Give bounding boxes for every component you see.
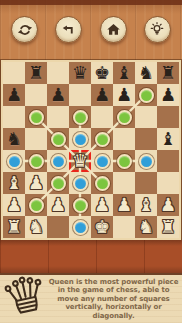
move-dot-g7: [139, 88, 154, 103]
square-f1[interactable]: [113, 216, 135, 238]
undo-button[interactable]: [55, 16, 82, 43]
move-dot-c3: [51, 176, 66, 191]
piece-white-knight: ♞: [138, 216, 154, 238]
square-h4[interactable]: [157, 150, 179, 172]
square-b5[interactable]: [25, 128, 47, 150]
square-h5[interactable]: ♝: [157, 128, 179, 150]
board-base-strip: [0, 240, 182, 273]
piece-black-rook: ♜: [160, 62, 176, 84]
piece-black-pawn: ♟: [50, 84, 66, 106]
board-frame: ♜♛♚♝♞♜♟♟♟♟♟♞♝♛♝♟♟♟♟♟♝♟♜♞♚♞♜: [1, 60, 181, 240]
square-b6[interactable]: [25, 106, 47, 128]
info-panel: Queen is the most powerful piece in the …: [0, 273, 182, 323]
piece-black-king: ♚: [94, 62, 110, 84]
home-button[interactable]: [100, 16, 127, 43]
square-c2[interactable]: ♟: [47, 194, 69, 216]
move-dot-d1: [73, 220, 88, 235]
square-f5[interactable]: [113, 128, 135, 150]
square-c8[interactable]: [47, 62, 69, 84]
undo-icon: [61, 22, 76, 37]
square-b2[interactable]: [25, 194, 47, 216]
restart-button[interactable]: [11, 16, 38, 43]
wood-top-edge: [0, 0, 182, 5]
move-dot-e4: [95, 154, 110, 169]
square-f6[interactable]: [113, 106, 135, 128]
piece-black-pawn: ♟: [160, 84, 176, 106]
square-e7[interactable]: ♟: [91, 84, 113, 106]
piece-white-bishop: ♝: [138, 194, 154, 216]
move-dot-d6: [73, 110, 88, 125]
square-d2[interactable]: [69, 194, 91, 216]
square-c1[interactable]: [47, 216, 69, 238]
square-b4[interactable]: [25, 150, 47, 172]
home-icon: [106, 22, 121, 37]
square-h3[interactable]: [157, 172, 179, 194]
square-g5[interactable]: [135, 128, 157, 150]
piece-black-knight: ♞: [6, 128, 22, 150]
piece-white-queen: ♛: [72, 150, 88, 172]
piece-white-pawn: ♟: [50, 194, 66, 216]
piece-description: Queen is the most powerful piece in the …: [47, 278, 182, 321]
square-e5[interactable]: [91, 128, 113, 150]
square-h1[interactable]: ♜: [157, 216, 179, 238]
square-d7[interactable]: [69, 84, 91, 106]
square-f8[interactable]: ♝: [113, 62, 135, 84]
square-e4[interactable]: [91, 150, 113, 172]
piece-black-queen: ♛: [72, 62, 88, 84]
square-g8[interactable]: ♞: [135, 62, 157, 84]
move-dot-f6: [117, 110, 132, 125]
square-a5[interactable]: ♞: [3, 128, 25, 150]
refresh-icon: [17, 22, 33, 38]
square-e3[interactable]: [91, 172, 113, 194]
piece-white-bishop: ♝: [6, 172, 22, 194]
square-b1[interactable]: ♞: [25, 216, 47, 238]
square-g6[interactable]: [135, 106, 157, 128]
lightbulb-icon: [149, 22, 165, 38]
square-e1[interactable]: ♚: [91, 216, 113, 238]
move-dot-c5: [51, 132, 66, 147]
square-d5[interactable]: [69, 128, 91, 150]
square-a4[interactable]: [3, 150, 25, 172]
square-g1[interactable]: ♞: [135, 216, 157, 238]
piece-white-king: ♚: [94, 216, 110, 238]
hint-button[interactable]: [144, 16, 171, 43]
move-dot-c4: [51, 154, 66, 169]
square-c4[interactable]: [47, 150, 69, 172]
square-h6[interactable]: [157, 106, 179, 128]
move-dot-b6: [29, 110, 44, 125]
piece-white-pawn: ♟: [160, 194, 176, 216]
move-dot-a4: [7, 154, 22, 169]
square-h8[interactable]: ♜: [157, 62, 179, 84]
square-b7[interactable]: [25, 84, 47, 106]
move-dot-d3: [73, 176, 88, 191]
square-e8[interactable]: ♚: [91, 62, 113, 84]
square-a8[interactable]: [3, 62, 25, 84]
square-c7[interactable]: ♟: [47, 84, 69, 106]
piece-black-bishop: ♝: [116, 62, 132, 84]
square-f2[interactable]: ♟: [113, 194, 135, 216]
piece-black-knight: ♞: [138, 62, 154, 84]
square-g3[interactable]: [135, 172, 157, 194]
piece-white-pawn: ♟: [116, 194, 132, 216]
piece-black-rook: ♜: [28, 62, 44, 84]
chess-app: ♜♛♚♝♞♜♟♟♟♟♟♞♝♛♝♟♟♟♟♟♝♟♜♞♚♞♜: [0, 0, 182, 323]
square-c3[interactable]: [47, 172, 69, 194]
square-f4[interactable]: [113, 150, 135, 172]
square-a6[interactable]: [3, 106, 25, 128]
square-e2[interactable]: ♟: [91, 194, 113, 216]
square-d6[interactable]: [69, 106, 91, 128]
square-g4[interactable]: [135, 150, 157, 172]
square-c6[interactable]: [47, 106, 69, 128]
square-a2[interactable]: ♟: [3, 194, 25, 216]
square-d3[interactable]: [69, 172, 91, 194]
square-d4[interactable]: ♛: [69, 150, 91, 172]
move-dot-d5: [73, 132, 88, 147]
piece-white-knight: ♞: [28, 216, 44, 238]
square-c5[interactable]: [47, 128, 69, 150]
square-d8[interactable]: ♛: [69, 62, 91, 84]
piece-black-bishop: ♝: [160, 128, 176, 150]
move-dot-e5: [95, 132, 110, 147]
piece-black-pawn: ♟: [6, 84, 22, 106]
square-h2[interactable]: ♟: [157, 194, 179, 216]
square-a3[interactable]: ♝: [3, 172, 25, 194]
square-g2[interactable]: ♝: [135, 194, 157, 216]
piece-black-pawn: ♟: [94, 84, 110, 106]
square-e6[interactable]: [91, 106, 113, 128]
move-dot-g4: [139, 154, 154, 169]
chess-board: ♜♛♚♝♞♜♟♟♟♟♟♞♝♛♝♟♟♟♟♟♝♟♜♞♚♞♜: [3, 62, 179, 238]
move-dot-f4: [117, 154, 132, 169]
square-h7[interactable]: ♟: [157, 84, 179, 106]
piece-white-rook: ♜: [160, 216, 176, 238]
square-g7[interactable]: [135, 84, 157, 106]
queen-crown-icon: [0, 270, 52, 323]
move-dot-b2: [29, 198, 44, 213]
piece-white-rook: ♜: [6, 216, 22, 238]
square-d1[interactable]: [69, 216, 91, 238]
square-b8[interactable]: ♜: [25, 62, 47, 84]
move-dot-b4: [29, 154, 44, 169]
piece-white-pawn: ♟: [94, 194, 110, 216]
square-a7[interactable]: ♟: [3, 84, 25, 106]
move-dot-e3: [95, 176, 110, 191]
square-b3[interactable]: ♟: [25, 172, 47, 194]
move-dot-d2: [73, 198, 88, 213]
square-f3[interactable]: [113, 172, 135, 194]
piece-white-pawn: ♟: [6, 194, 22, 216]
piece-white-pawn: ♟: [28, 172, 44, 194]
square-a1[interactable]: ♜: [3, 216, 25, 238]
piece-black-pawn: ♟: [116, 84, 132, 106]
square-f7[interactable]: ♟: [113, 84, 135, 106]
toolbar: [0, 16, 182, 43]
